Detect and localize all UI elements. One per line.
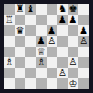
square-h4[interactable] xyxy=(78,47,89,58)
square-c5[interactable] xyxy=(25,36,36,47)
square-c4[interactable] xyxy=(25,47,36,58)
square-a3[interactable]: ♗ xyxy=(4,57,15,68)
square-a8[interactable] xyxy=(4,4,15,15)
white-pawn-icon: ♙ xyxy=(79,36,88,46)
square-f5[interactable] xyxy=(57,36,68,47)
chess-board: ♜♝♞♚♖♟♟♛♟♟♟♙♙♕♗♗♙♙♔ xyxy=(4,4,89,89)
white-bishop-icon: ♗ xyxy=(37,57,46,67)
black-knight-icon: ♞ xyxy=(58,4,67,14)
square-f4[interactable] xyxy=(57,47,68,58)
square-f7[interactable]: ♟ xyxy=(57,15,68,26)
square-d7[interactable] xyxy=(36,15,47,26)
black-king-icon: ♚ xyxy=(69,4,78,14)
square-h1[interactable] xyxy=(78,78,89,89)
square-h5[interactable]: ♙ xyxy=(78,36,89,47)
square-b1[interactable] xyxy=(15,78,26,89)
square-d4[interactable]: ♕ xyxy=(36,47,47,58)
square-d2[interactable] xyxy=(36,68,47,79)
square-b3[interactable] xyxy=(15,57,26,68)
square-g2[interactable] xyxy=(68,68,79,79)
square-g7[interactable]: ♟ xyxy=(68,15,79,26)
square-f8[interactable]: ♞ xyxy=(57,4,68,15)
black-pawn-icon: ♟ xyxy=(47,25,56,35)
square-d3[interactable]: ♗ xyxy=(36,57,47,68)
square-e8[interactable] xyxy=(47,4,58,15)
black-bishop-icon: ♝ xyxy=(26,4,35,14)
square-c7[interactable] xyxy=(25,15,36,26)
black-pawn-icon: ♟ xyxy=(79,25,88,35)
square-a5[interactable] xyxy=(4,36,15,47)
square-f6[interactable] xyxy=(57,25,68,36)
square-f1[interactable] xyxy=(57,78,68,89)
square-c3[interactable] xyxy=(25,57,36,68)
square-a2[interactable] xyxy=(4,68,15,79)
square-b8[interactable]: ♜ xyxy=(15,4,26,15)
square-h7[interactable] xyxy=(78,15,89,26)
black-pawn-icon: ♟ xyxy=(37,36,46,46)
square-f2[interactable]: ♙ xyxy=(57,68,68,79)
square-g4[interactable] xyxy=(68,47,79,58)
square-c1[interactable] xyxy=(25,78,36,89)
square-b5[interactable] xyxy=(15,36,26,47)
square-e4[interactable] xyxy=(47,47,58,58)
square-h2[interactable] xyxy=(78,68,89,79)
square-d8[interactable] xyxy=(36,4,47,15)
black-pawn-icon: ♟ xyxy=(58,15,67,25)
square-b6[interactable]: ♛ xyxy=(15,25,26,36)
square-a4[interactable] xyxy=(4,47,15,58)
square-b2[interactable] xyxy=(15,68,26,79)
square-c8[interactable]: ♝ xyxy=(25,4,36,15)
black-rook-icon: ♜ xyxy=(15,4,24,14)
square-e1[interactable] xyxy=(47,78,58,89)
square-h6[interactable]: ♟ xyxy=(78,25,89,36)
square-g6[interactable] xyxy=(68,25,79,36)
board-frame: ♜♝♞♚♖♟♟♛♟♟♟♙♙♕♗♗♙♙♔ xyxy=(0,0,93,93)
white-pawn-icon: ♙ xyxy=(58,68,67,78)
square-c2[interactable] xyxy=(25,68,36,79)
square-h8[interactable] xyxy=(78,4,89,15)
white-pawn-icon: ♙ xyxy=(47,36,56,46)
square-e2[interactable] xyxy=(47,68,58,79)
square-e3[interactable] xyxy=(47,57,58,68)
square-f3[interactable] xyxy=(57,57,68,68)
square-b7[interactable] xyxy=(15,15,26,26)
white-bishop-icon: ♗ xyxy=(5,57,14,67)
white-queen-icon: ♕ xyxy=(37,47,46,57)
square-e5[interactable]: ♙ xyxy=(47,36,58,47)
square-g5[interactable] xyxy=(68,36,79,47)
square-g3[interactable]: ♙ xyxy=(68,57,79,68)
square-e7[interactable] xyxy=(47,15,58,26)
square-g8[interactable]: ♚ xyxy=(68,4,79,15)
white-king-icon: ♔ xyxy=(69,78,78,88)
square-a1[interactable] xyxy=(4,78,15,89)
square-e6[interactable]: ♟ xyxy=(47,25,58,36)
square-c6[interactable] xyxy=(25,25,36,36)
square-d6[interactable] xyxy=(36,25,47,36)
square-h3[interactable] xyxy=(78,57,89,68)
square-d1[interactable] xyxy=(36,78,47,89)
square-b4[interactable] xyxy=(15,47,26,58)
black-queen-icon: ♛ xyxy=(15,25,24,35)
square-a7[interactable]: ♖ xyxy=(4,15,15,26)
square-g1[interactable]: ♔ xyxy=(68,78,79,89)
square-a6[interactable] xyxy=(4,25,15,36)
white-pawn-icon: ♙ xyxy=(69,57,78,67)
square-d5[interactable]: ♟ xyxy=(36,36,47,47)
black-pawn-icon: ♟ xyxy=(69,15,78,25)
white-rook-icon: ♖ xyxy=(5,15,14,25)
